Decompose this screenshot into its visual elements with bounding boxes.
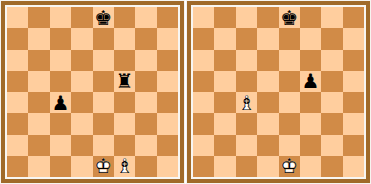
square-b1[interactable] bbox=[28, 156, 49, 177]
square-c3[interactable] bbox=[50, 113, 71, 134]
square-d6[interactable] bbox=[71, 50, 92, 71]
square-d7[interactable] bbox=[71, 28, 92, 49]
square-b6[interactable] bbox=[28, 50, 49, 71]
square-g8[interactable] bbox=[135, 7, 156, 28]
square-f3[interactable] bbox=[114, 113, 135, 134]
square-b1[interactable] bbox=[214, 156, 235, 177]
square-e7[interactable] bbox=[279, 28, 300, 49]
piece-white-bishop[interactable]: ♗ bbox=[114, 156, 135, 177]
square-a2[interactable] bbox=[7, 135, 28, 156]
square-d1[interactable] bbox=[257, 156, 278, 177]
square-g3[interactable] bbox=[135, 113, 156, 134]
square-f2[interactable] bbox=[300, 135, 321, 156]
square-b4[interactable] bbox=[28, 92, 49, 113]
square-f1[interactable] bbox=[300, 156, 321, 177]
square-a2[interactable] bbox=[193, 135, 214, 156]
chess-board-right: ♚♟♝♗♚♔ bbox=[193, 7, 364, 177]
square-h2[interactable] bbox=[343, 135, 364, 156]
square-e2[interactable] bbox=[93, 135, 114, 156]
square-h3[interactable] bbox=[157, 113, 178, 134]
square-h5[interactable] bbox=[343, 71, 364, 92]
square-f7[interactable] bbox=[114, 28, 135, 49]
square-h7[interactable] bbox=[343, 28, 364, 49]
piece-white-bishop[interactable]: ♗ bbox=[236, 92, 257, 113]
square-c6[interactable] bbox=[50, 50, 71, 71]
square-c6[interactable] bbox=[236, 50, 257, 71]
square-a6[interactable] bbox=[7, 50, 28, 71]
square-a1[interactable] bbox=[7, 156, 28, 177]
square-e7[interactable] bbox=[93, 28, 114, 49]
square-h2[interactable] bbox=[157, 135, 178, 156]
square-g7[interactable] bbox=[321, 28, 342, 49]
square-d7[interactable] bbox=[257, 28, 278, 49]
square-c5[interactable] bbox=[236, 71, 257, 92]
piece-black-pawn[interactable]: ♟ bbox=[50, 92, 71, 113]
square-a5[interactable] bbox=[193, 71, 214, 92]
square-f1[interactable]: ♝♗ bbox=[114, 156, 135, 177]
square-d3[interactable] bbox=[257, 113, 278, 134]
square-h7[interactable] bbox=[157, 28, 178, 49]
square-c2[interactable] bbox=[50, 135, 71, 156]
chess-board-right-inner-border: ♚♟♝♗♚♔ bbox=[191, 5, 366, 179]
square-a4[interactable] bbox=[7, 92, 28, 113]
square-c4[interactable]: ♟ bbox=[50, 92, 71, 113]
square-g3[interactable] bbox=[321, 113, 342, 134]
square-b7[interactable] bbox=[214, 28, 235, 49]
piece-black-rook[interactable]: ♜ bbox=[114, 71, 135, 92]
square-a4[interactable] bbox=[193, 92, 214, 113]
square-g2[interactable] bbox=[135, 135, 156, 156]
square-g4[interactable] bbox=[321, 92, 342, 113]
square-c8[interactable] bbox=[50, 7, 71, 28]
square-b5[interactable] bbox=[28, 71, 49, 92]
square-g1[interactable] bbox=[321, 156, 342, 177]
square-c7[interactable] bbox=[50, 28, 71, 49]
square-b7[interactable] bbox=[28, 28, 49, 49]
square-e2[interactable] bbox=[279, 135, 300, 156]
square-c7[interactable] bbox=[236, 28, 257, 49]
chess-board-left-frame: ♚♜♟♚♔♝♗ bbox=[0, 0, 185, 184]
square-a3[interactable] bbox=[193, 113, 214, 134]
chess-board-right-frame: ♚♟♝♗♚♔ bbox=[186, 0, 371, 184]
square-b2[interactable] bbox=[214, 135, 235, 156]
square-c3[interactable] bbox=[236, 113, 257, 134]
square-f4[interactable] bbox=[300, 92, 321, 113]
square-f6[interactable] bbox=[114, 50, 135, 71]
piece-black-king[interactable]: ♚ bbox=[93, 7, 114, 28]
square-e3[interactable] bbox=[279, 113, 300, 134]
square-b8[interactable] bbox=[214, 7, 235, 28]
square-e6[interactable] bbox=[93, 50, 114, 71]
chess-board-left-inner-border: ♚♜♟♚♔♝♗ bbox=[5, 5, 180, 179]
square-c4[interactable]: ♝♗ bbox=[236, 92, 257, 113]
square-c2[interactable] bbox=[236, 135, 257, 156]
square-d2[interactable] bbox=[71, 135, 92, 156]
square-f3[interactable] bbox=[300, 113, 321, 134]
square-d5[interactable] bbox=[71, 71, 92, 92]
square-g6[interactable] bbox=[135, 50, 156, 71]
square-d2[interactable] bbox=[257, 135, 278, 156]
square-f8[interactable] bbox=[114, 7, 135, 28]
square-h1[interactable] bbox=[157, 156, 178, 177]
square-b3[interactable] bbox=[28, 113, 49, 134]
square-f6[interactable] bbox=[300, 50, 321, 71]
chess-diagram-pair: ♚♜♟♚♔♝♗ ♚♟♝♗♚♔ bbox=[0, 0, 371, 184]
square-e1[interactable]: ♚♔ bbox=[93, 156, 114, 177]
square-h8[interactable] bbox=[343, 7, 364, 28]
square-d4[interactable] bbox=[71, 92, 92, 113]
square-a5[interactable] bbox=[7, 71, 28, 92]
square-d4[interactable] bbox=[257, 92, 278, 113]
square-d8[interactable] bbox=[71, 7, 92, 28]
square-f4[interactable] bbox=[114, 92, 135, 113]
square-e4[interactable] bbox=[93, 92, 114, 113]
square-a7[interactable] bbox=[193, 28, 214, 49]
square-d5[interactable] bbox=[257, 71, 278, 92]
square-f2[interactable] bbox=[114, 135, 135, 156]
square-g6[interactable] bbox=[321, 50, 342, 71]
square-h4[interactable] bbox=[343, 92, 364, 113]
square-e1[interactable]: ♚♔ bbox=[279, 156, 300, 177]
square-d8[interactable] bbox=[257, 7, 278, 28]
square-d3[interactable] bbox=[71, 113, 92, 134]
square-b3[interactable] bbox=[214, 113, 235, 134]
square-h6[interactable] bbox=[343, 50, 364, 71]
square-g5[interactable] bbox=[321, 71, 342, 92]
square-f5[interactable]: ♟ bbox=[300, 71, 321, 92]
square-a8[interactable] bbox=[7, 7, 28, 28]
square-c1[interactable] bbox=[236, 156, 257, 177]
square-a7[interactable] bbox=[7, 28, 28, 49]
square-f8[interactable] bbox=[300, 7, 321, 28]
square-e5[interactable] bbox=[93, 71, 114, 92]
square-g7[interactable] bbox=[135, 28, 156, 49]
square-e5[interactable] bbox=[279, 71, 300, 92]
square-a3[interactable] bbox=[7, 113, 28, 134]
square-f7[interactable] bbox=[300, 28, 321, 49]
square-e8[interactable]: ♚ bbox=[279, 7, 300, 28]
square-f5[interactable]: ♜ bbox=[114, 71, 135, 92]
square-a1[interactable] bbox=[193, 156, 214, 177]
square-e8[interactable]: ♚ bbox=[93, 7, 114, 28]
piece-white-king[interactable]: ♔ bbox=[279, 156, 300, 177]
square-e3[interactable] bbox=[93, 113, 114, 134]
square-a6[interactable] bbox=[193, 50, 214, 71]
square-d1[interactable] bbox=[71, 156, 92, 177]
piece-black-king[interactable]: ♚ bbox=[279, 7, 300, 28]
square-h6[interactable] bbox=[157, 50, 178, 71]
square-e6[interactable] bbox=[279, 50, 300, 71]
square-b8[interactable] bbox=[28, 7, 49, 28]
square-d6[interactable] bbox=[257, 50, 278, 71]
square-h4[interactable] bbox=[157, 92, 178, 113]
square-c1[interactable] bbox=[50, 156, 71, 177]
square-g2[interactable] bbox=[321, 135, 342, 156]
piece-black-pawn[interactable]: ♟ bbox=[300, 71, 321, 92]
square-a8[interactable] bbox=[193, 7, 214, 28]
square-h5[interactable] bbox=[157, 71, 178, 92]
square-h3[interactable] bbox=[343, 113, 364, 134]
square-g8[interactable] bbox=[321, 7, 342, 28]
square-g1[interactable] bbox=[135, 156, 156, 177]
square-c8[interactable] bbox=[236, 7, 257, 28]
piece-white-king[interactable]: ♔ bbox=[93, 156, 114, 177]
square-b2[interactable] bbox=[28, 135, 49, 156]
square-g5[interactable] bbox=[135, 71, 156, 92]
square-b6[interactable] bbox=[214, 50, 235, 71]
square-h1[interactable] bbox=[343, 156, 364, 177]
square-e4[interactable] bbox=[279, 92, 300, 113]
square-h8[interactable] bbox=[157, 7, 178, 28]
square-b5[interactable] bbox=[214, 71, 235, 92]
chess-board-left: ♚♜♟♚♔♝♗ bbox=[7, 7, 178, 177]
square-c5[interactable] bbox=[50, 71, 71, 92]
square-g4[interactable] bbox=[135, 92, 156, 113]
square-b4[interactable] bbox=[214, 92, 235, 113]
